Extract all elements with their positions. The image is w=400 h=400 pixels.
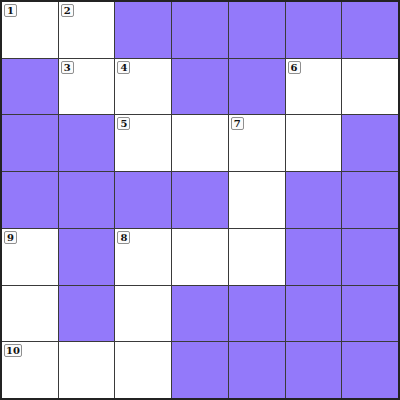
open-cell-r6c2[interactable] (115, 342, 171, 398)
blocked-cell-r0c4 (229, 2, 285, 58)
blocked-cell-r3c5 (286, 172, 342, 228)
clue-number: 9 (4, 231, 17, 244)
open-cell-r3c4[interactable] (229, 172, 285, 228)
blocked-cell-r6c6 (342, 342, 398, 398)
blocked-cell-r5c1 (59, 286, 115, 342)
blocked-cell-r6c4 (229, 342, 285, 398)
blocked-cell-r6c3 (172, 342, 228, 398)
open-cell-r2c3[interactable] (172, 115, 228, 171)
blocked-cell-r1c4 (229, 59, 285, 115)
open-cell-r2c2[interactable]: 5 (115, 115, 171, 171)
open-cell-r1c2[interactable]: 4 (115, 59, 171, 115)
blocked-cell-r3c3 (172, 172, 228, 228)
open-cell-r6c0[interactable]: 10 (2, 342, 58, 398)
blocked-cell-r0c5 (286, 2, 342, 58)
blocked-cell-r0c3 (172, 2, 228, 58)
blocked-cell-r6c5 (286, 342, 342, 398)
open-cell-r0c0[interactable]: 1 (2, 2, 58, 58)
open-cell-r4c3[interactable] (172, 229, 228, 285)
blocked-cell-r3c6 (342, 172, 398, 228)
blocked-cell-r5c4 (229, 286, 285, 342)
blocked-cell-r2c0 (2, 115, 58, 171)
blocked-cell-r0c6 (342, 2, 398, 58)
open-cell-r0c1[interactable]: 2 (59, 2, 115, 58)
blocked-cell-r1c3 (172, 59, 228, 115)
blocked-cell-r4c6 (342, 229, 398, 285)
blocked-cell-r5c3 (172, 286, 228, 342)
blocked-cell-r5c5 (286, 286, 342, 342)
open-cell-r1c5[interactable]: 6 (286, 59, 342, 115)
open-cell-r4c2[interactable]: 8 (115, 229, 171, 285)
open-cell-r5c0[interactable] (2, 286, 58, 342)
blocked-cell-r3c0 (2, 172, 58, 228)
clue-number: 3 (61, 61, 74, 74)
blocked-cell-r4c1 (59, 229, 115, 285)
clue-number: 6 (288, 61, 301, 74)
open-cell-r5c2[interactable] (115, 286, 171, 342)
clue-number: 1 (4, 4, 17, 17)
open-cell-r4c4[interactable] (229, 229, 285, 285)
open-cell-r1c1[interactable]: 3 (59, 59, 115, 115)
open-cell-r2c5[interactable] (286, 115, 342, 171)
blocked-cell-r0c2 (115, 2, 171, 58)
clue-number: 7 (231, 117, 244, 130)
blocked-cell-r3c2 (115, 172, 171, 228)
clue-number: 2 (61, 4, 74, 17)
blocked-cell-r2c1 (59, 115, 115, 171)
crossword-board: 12346579810 (0, 0, 400, 400)
open-cell-r2c4[interactable]: 7 (229, 115, 285, 171)
blocked-cell-r3c1 (59, 172, 115, 228)
blocked-cell-r4c5 (286, 229, 342, 285)
open-cell-r1c6[interactable] (342, 59, 398, 115)
clue-number: 8 (117, 231, 130, 244)
blocked-cell-r2c6 (342, 115, 398, 171)
clue-number: 5 (117, 117, 130, 130)
open-cell-r4c0[interactable]: 9 (2, 229, 58, 285)
blocked-cell-r5c6 (342, 286, 398, 342)
clue-number: 10 (4, 344, 22, 357)
open-cell-r6c1[interactable] (59, 342, 115, 398)
clue-number: 4 (117, 61, 130, 74)
blocked-cell-r1c0 (2, 59, 58, 115)
